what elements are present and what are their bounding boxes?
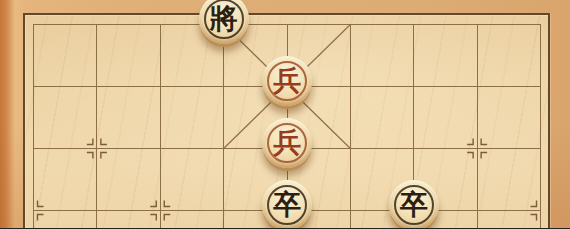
board-cell (478, 211, 541, 228)
board-cell (34, 211, 97, 228)
board-cell (34, 87, 97, 149)
board-cell (478, 25, 541, 87)
piece-black-general[interactable]: 將 (199, 0, 249, 44)
xiangqi-board-screen: 將兵兵卒卒 (0, 0, 570, 228)
board-cell (34, 25, 97, 87)
piece-glyph: 兵 (273, 129, 301, 157)
piece-glyph: 兵 (273, 67, 301, 95)
board-cell (351, 25, 414, 87)
piece-black-soldier-2[interactable]: 卒 (389, 180, 439, 229)
board-cell (34, 149, 97, 211)
board-cell (161, 149, 224, 211)
board-cell (161, 211, 224, 228)
piece-glyph: 卒 (400, 191, 428, 219)
board-cell (351, 87, 414, 149)
board-cell (97, 25, 160, 87)
piece-red-soldier-1[interactable]: 兵 (262, 56, 312, 106)
board-cell (97, 87, 160, 149)
board-cell (414, 87, 477, 149)
board-cell (414, 25, 477, 87)
board-cell (97, 149, 160, 211)
board-cell (97, 211, 160, 228)
board-cell (478, 87, 541, 149)
piece-glyph: 將 (210, 5, 238, 33)
board-cell (478, 149, 541, 211)
piece-red-soldier-2[interactable]: 兵 (262, 118, 312, 168)
board-cell (161, 87, 224, 149)
piece-glyph: 卒 (273, 191, 301, 219)
piece-black-soldier-1[interactable]: 卒 (262, 180, 312, 229)
